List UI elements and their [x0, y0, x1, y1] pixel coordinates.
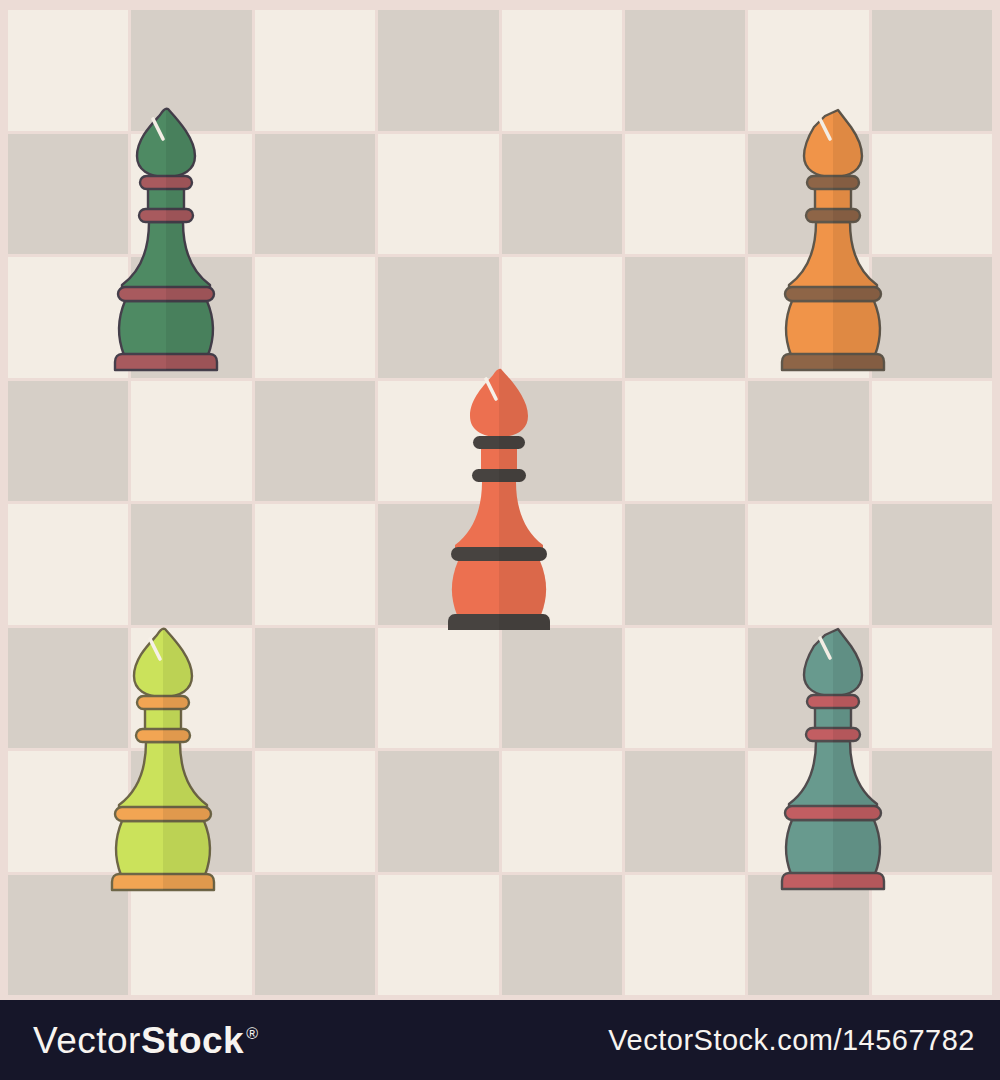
square-f3	[625, 628, 745, 749]
square-a6	[8, 257, 128, 378]
square-f8	[625, 10, 745, 131]
square-b5	[131, 381, 251, 502]
square-e1	[502, 875, 622, 996]
flat-shade-overlay	[833, 106, 886, 372]
flat-shade-overlay	[833, 625, 886, 891]
square-f1	[625, 875, 745, 996]
square-g5	[748, 381, 868, 502]
square-d1	[378, 875, 498, 996]
square-f2	[625, 751, 745, 872]
square-d3	[378, 628, 498, 749]
flat-shade-overlay	[499, 366, 552, 632]
square-c6	[255, 257, 375, 378]
square-c1	[255, 875, 375, 996]
square-e3	[502, 628, 622, 749]
bishop-lime	[110, 626, 216, 892]
vectorstock-logo: VectorStock®	[33, 1022, 258, 1059]
square-h3	[872, 628, 992, 749]
square-c3	[255, 628, 375, 749]
registered-mark-icon: ®	[246, 1025, 258, 1042]
square-h4	[872, 504, 992, 625]
square-b1	[131, 875, 251, 996]
square-d7	[378, 134, 498, 255]
bishop-red	[446, 366, 552, 632]
square-f5	[625, 381, 745, 502]
square-c4	[255, 504, 375, 625]
square-f6	[625, 257, 745, 378]
square-g4	[748, 504, 868, 625]
bishop-green	[113, 106, 219, 372]
square-h7	[872, 134, 992, 255]
square-a7	[8, 134, 128, 255]
square-a1	[8, 875, 128, 996]
bishop-orange	[780, 106, 886, 372]
illustration-canvas: VectorStock® VectorStock.com/14567782	[0, 0, 1000, 1080]
square-h6	[872, 257, 992, 378]
square-d8	[378, 10, 498, 131]
bishop-teal	[780, 625, 886, 891]
square-c7	[255, 134, 375, 255]
square-h5	[872, 381, 992, 502]
square-c8	[255, 10, 375, 131]
square-h2	[872, 751, 992, 872]
square-e2	[502, 751, 622, 872]
square-a8	[8, 10, 128, 131]
square-a4	[8, 504, 128, 625]
square-b4	[131, 504, 251, 625]
square-d6	[378, 257, 498, 378]
square-c5	[255, 381, 375, 502]
square-e6	[502, 257, 622, 378]
watermark-bar: VectorStock® VectorStock.com/14567782	[0, 1000, 1000, 1080]
flat-shade-overlay	[163, 626, 216, 892]
square-f7	[625, 134, 745, 255]
vectorstock-image-id: VectorStock.com/14567782	[608, 1026, 975, 1055]
square-e8	[502, 10, 622, 131]
square-f4	[625, 504, 745, 625]
square-g1	[748, 875, 868, 996]
logo-text-regular: Vector	[33, 1020, 141, 1061]
square-e7	[502, 134, 622, 255]
logo-text-bold: Stock	[141, 1020, 244, 1061]
square-c2	[255, 751, 375, 872]
square-d2	[378, 751, 498, 872]
square-h1	[872, 875, 992, 996]
flat-shade-overlay	[166, 106, 219, 372]
square-h8	[872, 10, 992, 131]
square-a5	[8, 381, 128, 502]
